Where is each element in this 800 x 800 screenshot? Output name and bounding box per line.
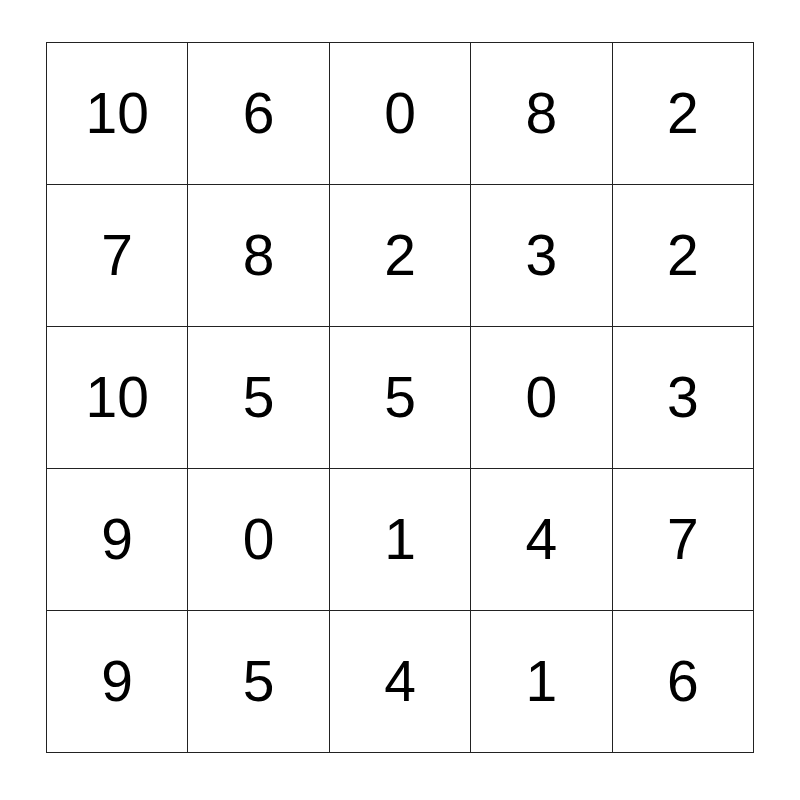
grid-cell-r5c4[interactable]: 1 bbox=[471, 611, 611, 752]
grid-cell-r1c3[interactable]: 0 bbox=[330, 43, 470, 184]
grid-cell-r1c2[interactable]: 6 bbox=[188, 43, 328, 184]
grid-cell-r3c2[interactable]: 5 bbox=[188, 327, 328, 468]
bingo-grid: 10 6 0 8 2 7 8 2 3 2 10 5 5 0 3 9 0 1 4 … bbox=[46, 42, 754, 753]
grid-cell-r5c1[interactable]: 9 bbox=[47, 611, 187, 752]
grid-cell-r2c3[interactable]: 2 bbox=[330, 185, 470, 326]
grid-cell-r2c2[interactable]: 8 bbox=[188, 185, 328, 326]
grid-cell-r2c5[interactable]: 2 bbox=[613, 185, 753, 326]
grid-cell-r4c3[interactable]: 1 bbox=[330, 469, 470, 610]
grid-cell-r5c5[interactable]: 6 bbox=[613, 611, 753, 752]
grid-cell-r3c5[interactable]: 3 bbox=[613, 327, 753, 468]
grid-cell-r4c2[interactable]: 0 bbox=[188, 469, 328, 610]
grid-cell-r1c5[interactable]: 2 bbox=[613, 43, 753, 184]
grid-cell-r3c4[interactable]: 0 bbox=[471, 327, 611, 468]
grid-cell-r2c1[interactable]: 7 bbox=[47, 185, 187, 326]
grid-cell-r4c1[interactable]: 9 bbox=[47, 469, 187, 610]
grid-cell-r1c1[interactable]: 10 bbox=[47, 43, 187, 184]
grid-cell-r2c4[interactable]: 3 bbox=[471, 185, 611, 326]
grid-cell-r4c5[interactable]: 7 bbox=[613, 469, 753, 610]
grid-cell-r1c4[interactable]: 8 bbox=[471, 43, 611, 184]
grid-cell-r5c2[interactable]: 5 bbox=[188, 611, 328, 752]
grid-cell-r4c4[interactable]: 4 bbox=[471, 469, 611, 610]
grid-cell-r3c1[interactable]: 10 bbox=[47, 327, 187, 468]
grid-cell-r5c3[interactable]: 4 bbox=[330, 611, 470, 752]
grid-cell-r3c3[interactable]: 5 bbox=[330, 327, 470, 468]
